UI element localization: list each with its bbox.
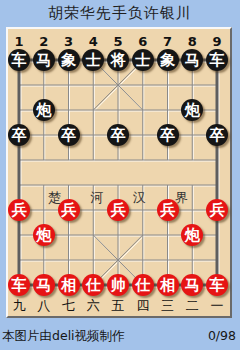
piece-black-elephant[interactable]: 象 xyxy=(157,49,179,71)
piece-black-soldier[interactable]: 卒 xyxy=(8,124,30,146)
piece-red-advisor[interactable]: 仕 xyxy=(82,274,104,296)
piece-black-horse[interactable]: 马 xyxy=(33,49,55,71)
file-label-bottom-3: 七 xyxy=(62,299,75,312)
file-label-bottom-7: 三 xyxy=(161,299,174,312)
file-label-top-9: 9 xyxy=(212,35,221,48)
piece-black-rook[interactable]: 车 xyxy=(206,49,228,71)
file-label-top-7: 7 xyxy=(163,35,172,48)
board-grid xyxy=(8,29,230,316)
file-label-bottom-2: 八 xyxy=(37,299,50,312)
piece-black-soldier[interactable]: 卒 xyxy=(157,124,179,146)
piece-red-horse[interactable]: 马 xyxy=(181,274,203,296)
piece-black-rook[interactable]: 车 xyxy=(8,49,30,71)
piece-red-cannon[interactable]: 炮 xyxy=(181,224,203,246)
game-title: 胡荣华先手负许银川 xyxy=(0,3,240,23)
river-char-he: 河 xyxy=(90,191,103,205)
board-panel: 楚 河 汉 界 123456789九八七六五四三二一 车马象士将士象马车炮炮卒卒… xyxy=(6,27,232,318)
piece-red-soldier[interactable]: 兵 xyxy=(8,199,30,221)
file-label-bottom-1: 九 xyxy=(13,299,26,312)
file-label-top-8: 8 xyxy=(188,35,197,48)
piece-black-general[interactable]: 将 xyxy=(107,49,129,71)
river-char-han: 汉 xyxy=(133,191,146,205)
piece-red-elephant[interactable]: 相 xyxy=(58,274,80,296)
piece-black-soldier[interactable]: 卒 xyxy=(58,124,80,146)
piece-black-horse[interactable]: 马 xyxy=(181,49,203,71)
piece-black-cannon[interactable]: 炮 xyxy=(181,99,203,121)
piece-black-cannon[interactable]: 炮 xyxy=(33,99,55,121)
file-label-bottom-9: 一 xyxy=(211,299,224,312)
piece-black-elephant[interactable]: 象 xyxy=(58,49,80,71)
piece-black-advisor[interactable]: 士 xyxy=(82,49,104,71)
piece-red-general[interactable]: 帅 xyxy=(107,274,129,296)
piece-red-soldier[interactable]: 兵 xyxy=(157,199,179,221)
river-char-jie: 界 xyxy=(175,191,188,205)
file-label-top-3: 3 xyxy=(64,35,73,48)
file-label-bottom-6: 四 xyxy=(136,299,149,312)
file-label-bottom-8: 二 xyxy=(186,299,199,312)
footer-credit: 本图片由deli视频制作 xyxy=(2,327,125,344)
file-label-top-1: 1 xyxy=(14,35,23,48)
xiangqi-viewer: 胡荣华先手负许银川 楚 河 汉 界 123456789九八七六五四三二一 车马象… xyxy=(0,0,240,350)
piece-red-soldier[interactable]: 兵 xyxy=(58,199,80,221)
piece-red-cannon[interactable]: 炮 xyxy=(33,224,55,246)
piece-black-advisor[interactable]: 士 xyxy=(132,49,154,71)
piece-red-rook[interactable]: 车 xyxy=(206,274,228,296)
piece-red-horse[interactable]: 马 xyxy=(33,274,55,296)
piece-red-soldier[interactable]: 兵 xyxy=(107,199,129,221)
piece-red-advisor[interactable]: 仕 xyxy=(132,274,154,296)
file-label-bottom-4: 六 xyxy=(87,299,100,312)
file-label-top-5: 5 xyxy=(113,35,122,48)
piece-black-soldier[interactable]: 卒 xyxy=(107,124,129,146)
piece-red-elephant[interactable]: 相 xyxy=(157,274,179,296)
footer: 本图片由deli视频制作 0/98 xyxy=(0,327,240,344)
file-label-bottom-5: 五 xyxy=(112,299,125,312)
file-label-top-4: 4 xyxy=(89,35,98,48)
piece-black-soldier[interactable]: 卒 xyxy=(206,124,228,146)
file-label-top-6: 6 xyxy=(138,35,147,48)
move-counter: 0/98 xyxy=(208,327,236,344)
piece-red-soldier[interactable]: 兵 xyxy=(206,199,228,221)
piece-red-rook[interactable]: 车 xyxy=(8,274,30,296)
file-label-top-2: 2 xyxy=(39,35,48,48)
